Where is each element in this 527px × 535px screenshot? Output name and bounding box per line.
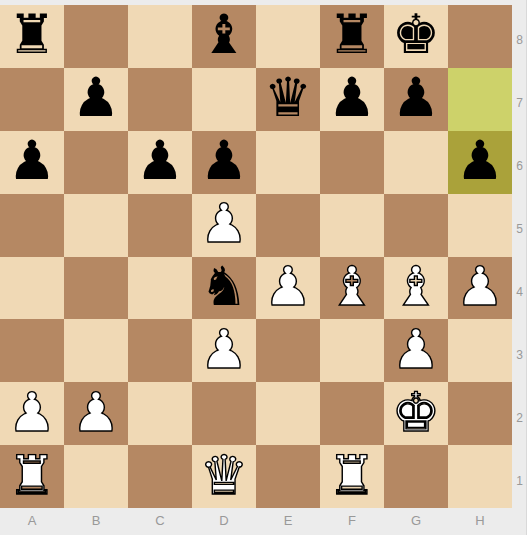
rank-label-1: 1 <box>512 445 527 508</box>
piece-white-pawn[interactable]: ♟ <box>392 323 440 377</box>
piece-white-rook[interactable]: ♜ <box>8 449 56 503</box>
file-label-b: B <box>64 508 128 532</box>
piece-black-knight[interactable]: ♞ <box>200 260 248 314</box>
piece-black-king[interactable]: ♚ <box>392 8 440 62</box>
square-e7[interactable]: ♛ <box>256 68 320 131</box>
piece-white-bishop[interactable]: ♝ <box>392 260 440 314</box>
piece-white-pawn[interactable]: ♟ <box>8 386 56 440</box>
piece-black-pawn[interactable]: ♟ <box>72 71 120 125</box>
square-f4[interactable]: ♝ <box>320 257 384 320</box>
square-h5[interactable] <box>448 194 512 257</box>
square-b2[interactable]: ♟ <box>64 382 128 445</box>
piece-black-rook[interactable]: ♜ <box>8 8 56 62</box>
square-a5[interactable] <box>0 194 64 257</box>
rank-label-5: 5 <box>512 194 527 257</box>
piece-black-rook[interactable]: ♜ <box>328 8 376 62</box>
square-b6[interactable] <box>64 131 128 194</box>
square-g4[interactable]: ♝ <box>384 257 448 320</box>
file-label-g: G <box>384 508 448 532</box>
square-e1[interactable] <box>256 445 320 508</box>
piece-black-pawn[interactable]: ♟ <box>392 71 440 125</box>
square-g2[interactable]: ♚ <box>384 382 448 445</box>
square-c7[interactable] <box>128 68 192 131</box>
square-d1[interactable]: ♛ <box>192 445 256 508</box>
square-a3[interactable] <box>0 319 64 382</box>
square-d5[interactable]: ♟ <box>192 194 256 257</box>
square-d8[interactable]: ♝ <box>192 5 256 68</box>
square-a7[interactable] <box>0 68 64 131</box>
square-c1[interactable] <box>128 445 192 508</box>
rank-label-3: 3 <box>512 319 527 382</box>
square-e5[interactable] <box>256 194 320 257</box>
file-label-f: F <box>320 508 384 532</box>
square-h4[interactable]: ♟ <box>448 257 512 320</box>
file-label-a: A <box>0 508 64 532</box>
square-c5[interactable] <box>128 194 192 257</box>
piece-black-bishop[interactable]: ♝ <box>200 8 248 62</box>
piece-white-pawn[interactable]: ♟ <box>72 386 120 440</box>
square-d7[interactable] <box>192 68 256 131</box>
square-c2[interactable] <box>128 382 192 445</box>
square-d4[interactable]: ♞ <box>192 257 256 320</box>
rank-label-7: 7 <box>512 68 527 131</box>
piece-white-rook[interactable]: ♜ <box>328 449 376 503</box>
piece-white-pawn[interactable]: ♟ <box>264 260 312 314</box>
square-a4[interactable] <box>0 257 64 320</box>
square-b3[interactable] <box>64 319 128 382</box>
file-coordinates: ABCDEFGH <box>0 508 512 532</box>
square-b4[interactable] <box>64 257 128 320</box>
square-d2[interactable] <box>192 382 256 445</box>
square-e3[interactable] <box>256 319 320 382</box>
square-f7[interactable]: ♟ <box>320 68 384 131</box>
square-d3[interactable]: ♟ <box>192 319 256 382</box>
square-a6[interactable]: ♟ <box>0 131 64 194</box>
rank-label-6: 6 <box>512 131 527 194</box>
square-g5[interactable] <box>384 194 448 257</box>
square-b7[interactable]: ♟ <box>64 68 128 131</box>
square-f2[interactable] <box>320 382 384 445</box>
square-c3[interactable] <box>128 319 192 382</box>
square-b8[interactable] <box>64 5 128 68</box>
piece-black-pawn[interactable]: ♟ <box>136 134 184 188</box>
file-label-h: H <box>448 508 512 532</box>
square-f5[interactable] <box>320 194 384 257</box>
square-e8[interactable] <box>256 5 320 68</box>
square-d6[interactable]: ♟ <box>192 131 256 194</box>
square-e2[interactable] <box>256 382 320 445</box>
file-label-d: D <box>192 508 256 532</box>
square-g3[interactable]: ♟ <box>384 319 448 382</box>
square-e4[interactable]: ♟ <box>256 257 320 320</box>
square-g6[interactable] <box>384 131 448 194</box>
square-a2[interactable]: ♟ <box>0 382 64 445</box>
rank-label-4: 4 <box>512 257 527 320</box>
square-c6[interactable]: ♟ <box>128 131 192 194</box>
piece-black-pawn[interactable]: ♟ <box>328 71 376 125</box>
square-h2[interactable] <box>448 382 512 445</box>
piece-white-queen[interactable]: ♛ <box>200 449 248 503</box>
rank-label-8: 8 <box>512 5 527 68</box>
square-f1[interactable]: ♜ <box>320 445 384 508</box>
piece-white-bishop[interactable]: ♝ <box>328 260 376 314</box>
square-f6[interactable] <box>320 131 384 194</box>
chess-board-app: ♜♝♜♚♟♛♟♟♟♟♟♟♟♞♟♝♝♟♟♟♟♟♚♜♛♜ 87654321 ABCD… <box>0 0 527 535</box>
chess-board: ♜♝♜♚♟♛♟♟♟♟♟♟♟♞♟♝♝♟♟♟♟♟♚♜♛♜ <box>0 5 512 508</box>
square-h3[interactable] <box>448 319 512 382</box>
square-b5[interactable] <box>64 194 128 257</box>
square-h1[interactable] <box>448 445 512 508</box>
square-b1[interactable] <box>64 445 128 508</box>
square-h6[interactable]: ♟ <box>448 131 512 194</box>
piece-black-queen[interactable]: ♛ <box>264 71 312 125</box>
piece-white-king[interactable]: ♚ <box>392 386 440 440</box>
square-g8[interactable]: ♚ <box>384 5 448 68</box>
square-h8[interactable] <box>448 5 512 68</box>
square-f8[interactable]: ♜ <box>320 5 384 68</box>
square-h7[interactable] <box>448 68 512 131</box>
piece-white-pawn[interactable]: ♟ <box>200 323 248 377</box>
square-c4[interactable] <box>128 257 192 320</box>
piece-white-pawn[interactable]: ♟ <box>200 197 248 251</box>
square-a1[interactable]: ♜ <box>0 445 64 508</box>
file-label-e: E <box>256 508 320 532</box>
square-g7[interactable]: ♟ <box>384 68 448 131</box>
piece-black-pawn[interactable]: ♟ <box>8 134 56 188</box>
square-g1[interactable] <box>384 445 448 508</box>
square-f3[interactable] <box>320 319 384 382</box>
piece-black-pawn[interactable]: ♟ <box>200 134 248 188</box>
piece-white-pawn[interactable]: ♟ <box>456 260 504 314</box>
file-label-c: C <box>128 508 192 532</box>
piece-black-pawn[interactable]: ♟ <box>456 134 504 188</box>
square-a8[interactable]: ♜ <box>0 5 64 68</box>
square-c8[interactable] <box>128 5 192 68</box>
square-e6[interactable] <box>256 131 320 194</box>
rank-coordinates: 87654321 <box>512 5 527 508</box>
rank-label-2: 2 <box>512 382 527 445</box>
